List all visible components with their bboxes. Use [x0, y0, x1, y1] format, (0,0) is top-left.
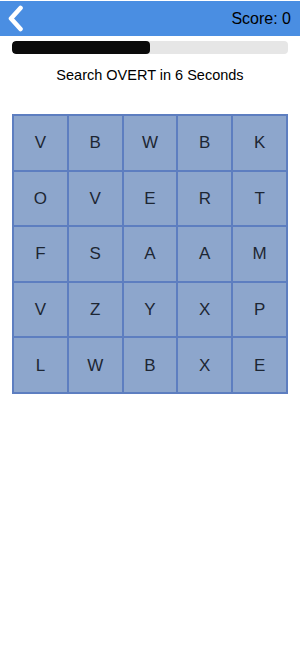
grid-cell[interactable]: W	[69, 338, 122, 392]
grid-cell[interactable]: W	[124, 116, 177, 170]
grid-cell[interactable]: A	[178, 227, 231, 281]
grid-cell[interactable]: Z	[69, 283, 122, 337]
timer-progress-bar	[12, 41, 288, 54]
grid-letter: Z	[90, 301, 100, 318]
grid-cell[interactable]: V	[69, 172, 122, 226]
grid-letter: Y	[144, 301, 155, 318]
grid-cell[interactable]: A	[124, 227, 177, 281]
grid-cell[interactable]: S	[69, 227, 122, 281]
grid-cell[interactable]: T	[233, 172, 286, 226]
timer-progress-fill	[12, 41, 150, 54]
grid-letter: V	[35, 134, 46, 151]
grid-letter: B	[199, 134, 210, 151]
nav-bar: Score: 0	[0, 1, 300, 36]
grid-letter: B	[144, 357, 155, 374]
grid-letter: P	[254, 301, 265, 318]
grid-cell[interactable]: B	[69, 116, 122, 170]
grid-cell[interactable]: X	[178, 338, 231, 392]
grid-letter: B	[90, 134, 101, 151]
grid-letter: W	[87, 357, 103, 374]
grid-letter: R	[199, 190, 211, 207]
grid-letter: V	[35, 301, 46, 318]
grid-letter: L	[36, 357, 45, 374]
score-label: Score: 0	[231, 1, 291, 36]
grid-letter: K	[254, 134, 265, 151]
grid-letter: S	[90, 245, 101, 262]
grid-letter: F	[35, 245, 45, 262]
grid-letter: O	[34, 190, 47, 207]
grid-cell[interactable]: M	[233, 227, 286, 281]
grid-cell[interactable]: F	[14, 227, 67, 281]
grid-letter: A	[144, 245, 155, 262]
grid-cell[interactable]: Y	[124, 283, 177, 337]
grid-cell[interactable]: E	[124, 172, 177, 226]
back-chevron-icon	[7, 5, 24, 32]
grid-cell[interactable]: X	[178, 283, 231, 337]
grid-letter: E	[144, 190, 155, 207]
instruction-text: Search OVERT in 6 Seconds	[0, 65, 300, 85]
grid-letter: A	[199, 245, 210, 262]
grid-cell[interactable]: V	[14, 116, 67, 170]
grid-cell[interactable]: O	[14, 172, 67, 226]
letter-grid: VBWBKOVERTFSAAMVZYXPLWBXE	[12, 114, 288, 394]
grid-letter: T	[254, 190, 264, 207]
grid-cell[interactable]: R	[178, 172, 231, 226]
grid-letter: X	[199, 357, 210, 374]
grid-letter: X	[199, 301, 210, 318]
back-button[interactable]	[7, 4, 31, 34]
grid-letter: M	[253, 245, 267, 262]
grid-letter: E	[254, 357, 265, 374]
grid-cell[interactable]: V	[14, 283, 67, 337]
grid-cell[interactable]: L	[14, 338, 67, 392]
grid-cell[interactable]: B	[178, 116, 231, 170]
grid-letter: W	[142, 134, 158, 151]
app-screen: Score: 0 Search OVERT in 6 Seconds VBWBK…	[0, 0, 300, 649]
grid-cell[interactable]: K	[233, 116, 286, 170]
grid-cell[interactable]: E	[233, 338, 286, 392]
grid-cell[interactable]: P	[233, 283, 286, 337]
grid-cell[interactable]: B	[124, 338, 177, 392]
grid-letter: V	[90, 190, 101, 207]
